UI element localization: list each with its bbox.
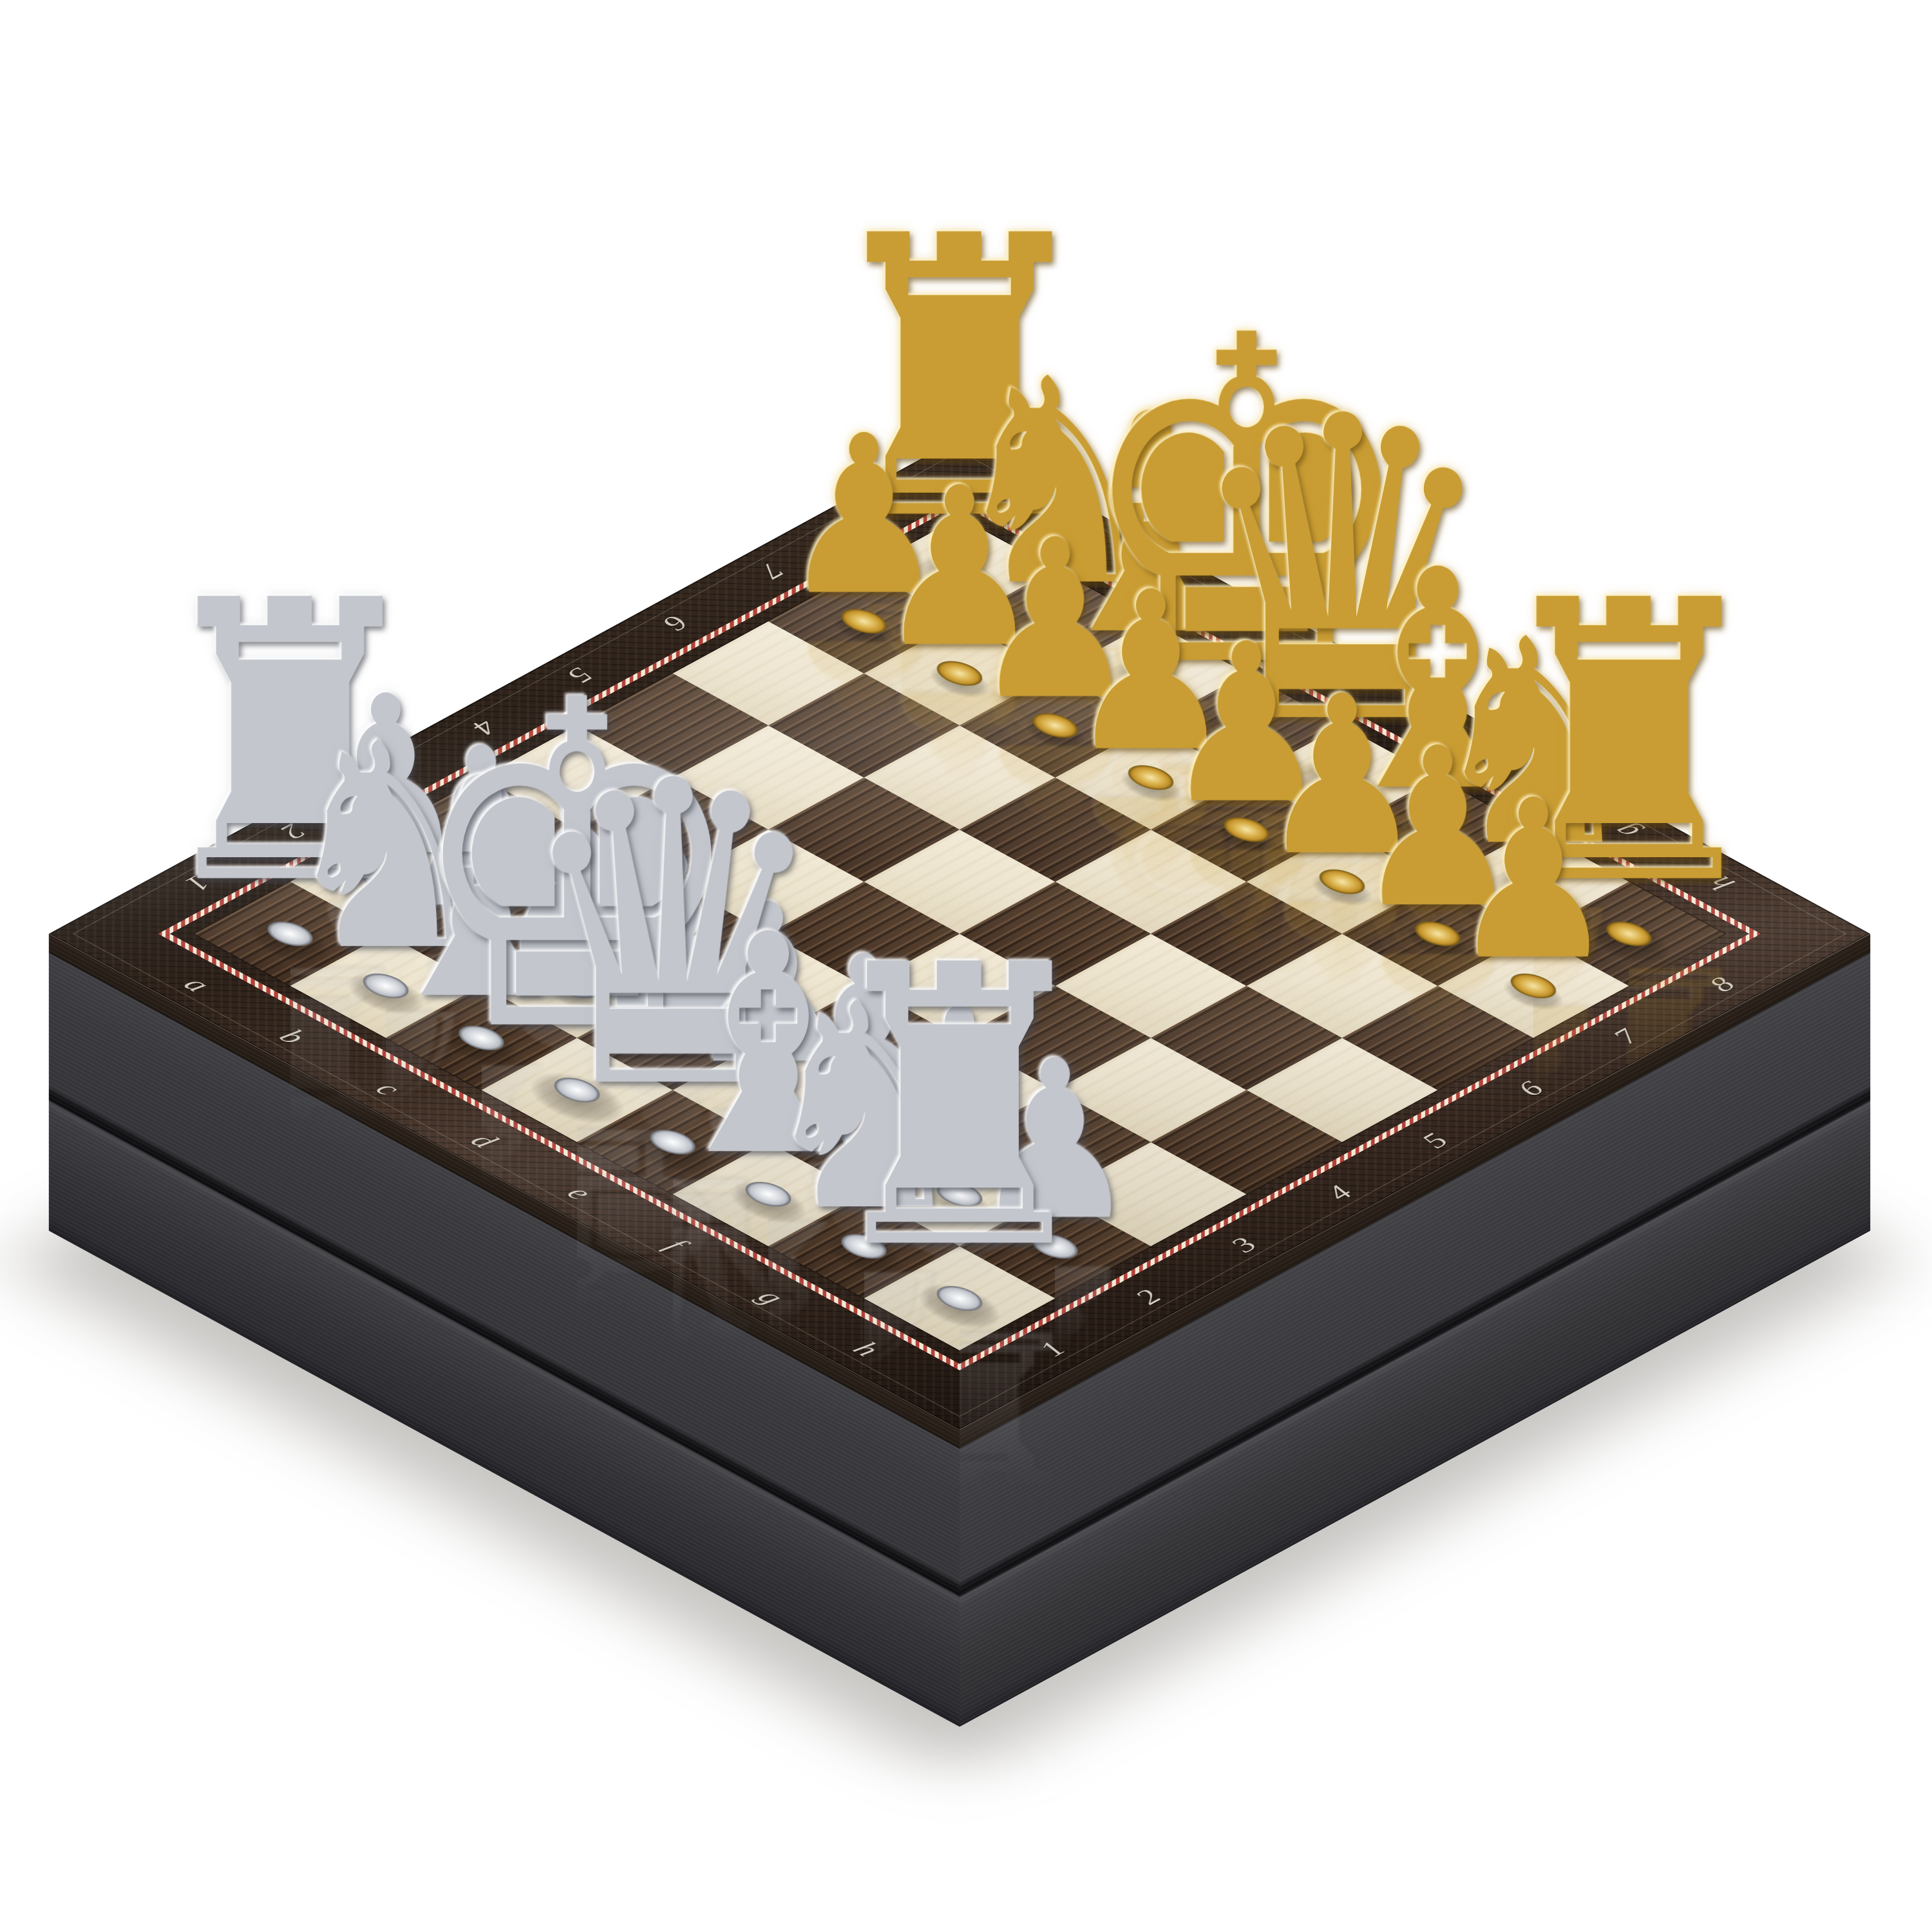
gold-rook-glyph: ♜ [752,187,1168,573]
coord-file-a-far: a [1030,507,1074,531]
chess-board-box: aa11bb22cc33dd44ee55ff66gg77hh88 ♜♜♞♞♝♝♚… [49,438,1870,1430]
rook-glyph-reflection: ♜ [752,1300,1168,1511]
coord-rank-8-left: 8 [846,507,889,531]
pawn-glyph-reflection: ♟ [1325,988,1741,1107]
coord-file-e-far: e [1414,715,1456,739]
coord-rank-7-left: 7 [750,559,793,583]
coord-file-b-far: b [1126,559,1170,583]
silver-rook-glyph: ♜ [752,916,1168,1302]
gold-pawn-glyph: ♟ [1325,771,1741,990]
coord-file-c-far: c [1222,612,1265,635]
coord-file-d-far: d [1317,663,1361,687]
product-photo: aa11bb22cc33dd44ee55ff66gg77hh88 ♜♜♞♞♝♝♚… [0,0,1932,1932]
